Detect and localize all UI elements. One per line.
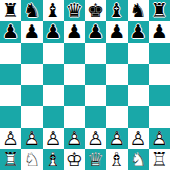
square-b6[interactable]: [21, 43, 42, 64]
square-h2[interactable]: ♟♙: [149, 128, 170, 149]
piece-white-pawn[interactable]: ♟♙: [151, 129, 168, 148]
square-g8[interactable]: ♞: [128, 0, 149, 21]
square-f8[interactable]: ♝: [106, 0, 127, 21]
piece-white-rook[interactable]: ♜♖: [2, 150, 19, 169]
square-g7[interactable]: ♟: [128, 21, 149, 42]
square-a2[interactable]: ♟♙: [0, 128, 21, 149]
square-h3[interactable]: [149, 106, 170, 127]
square-b2[interactable]: ♟♙: [21, 128, 42, 149]
piece-white-bishop[interactable]: ♝♗: [108, 150, 125, 169]
piece-outline-layer: ♘: [130, 148, 147, 170]
piece-white-pawn[interactable]: ♟♙: [108, 129, 125, 148]
piece-outline-layer: ♖: [151, 148, 168, 170]
piece-black-pawn[interactable]: ♟: [2, 22, 19, 41]
square-c5[interactable]: [43, 64, 64, 85]
piece-black-queen[interactable]: ♛: [66, 1, 83, 20]
square-e1[interactable]: ♛♕: [85, 149, 106, 170]
square-c2[interactable]: ♟♙: [43, 128, 64, 149]
piece-white-queen[interactable]: ♛♕: [87, 150, 104, 169]
square-e5[interactable]: [85, 64, 106, 85]
chess-board: ♜♞♝♛♚♝♞♜♟♟♟♟♟♟♟♟♟♙♟♙♟♙♟♙♟♙♟♙♟♙♟♙♜♖♞♘♝♗♚♔…: [0, 0, 170, 170]
square-c1[interactable]: ♝♗: [43, 149, 64, 170]
square-f2[interactable]: ♟♙: [106, 128, 127, 149]
square-d7[interactable]: ♟: [64, 21, 85, 42]
piece-outline-layer: ♙: [87, 127, 104, 149]
piece-outline-layer: ♔: [66, 148, 83, 170]
square-b7[interactable]: ♟: [21, 21, 42, 42]
square-b8[interactable]: ♞: [21, 0, 42, 21]
piece-outline-layer: ♗: [45, 148, 62, 170]
square-e3[interactable]: [85, 106, 106, 127]
square-e4[interactable]: [85, 85, 106, 106]
square-a6[interactable]: [0, 43, 21, 64]
piece-white-pawn[interactable]: ♟♙: [130, 129, 147, 148]
square-e8[interactable]: ♚: [85, 0, 106, 21]
square-e7[interactable]: ♟: [85, 21, 106, 42]
piece-black-king[interactable]: ♚: [87, 1, 104, 20]
square-c8[interactable]: ♝: [43, 0, 64, 21]
piece-white-pawn[interactable]: ♟♙: [23, 129, 40, 148]
square-a3[interactable]: [0, 106, 21, 127]
square-h7[interactable]: ♟: [149, 21, 170, 42]
square-e6[interactable]: [85, 43, 106, 64]
piece-black-pawn[interactable]: ♟: [66, 22, 83, 41]
piece-outline-layer: ♙: [108, 127, 125, 149]
piece-outline-layer: ♙: [130, 127, 147, 149]
piece-white-pawn[interactable]: ♟♙: [45, 129, 62, 148]
square-h4[interactable]: [149, 85, 170, 106]
square-f7[interactable]: ♟: [106, 21, 127, 42]
square-a4[interactable]: [0, 85, 21, 106]
piece-outline-layer: ♘: [23, 148, 40, 170]
square-d4[interactable]: [64, 85, 85, 106]
square-h8[interactable]: ♜: [149, 0, 170, 21]
square-b4[interactable]: [21, 85, 42, 106]
piece-black-pawn[interactable]: ♟: [45, 22, 62, 41]
square-f1[interactable]: ♝♗: [106, 149, 127, 170]
square-c3[interactable]: [43, 106, 64, 127]
piece-white-pawn[interactable]: ♟♙: [2, 129, 19, 148]
square-h6[interactable]: [149, 43, 170, 64]
square-g4[interactable]: [128, 85, 149, 106]
square-g3[interactable]: [128, 106, 149, 127]
square-b5[interactable]: [21, 64, 42, 85]
piece-black-pawn[interactable]: ♟: [108, 22, 125, 41]
piece-outline-layer: ♙: [151, 127, 168, 149]
piece-black-rook[interactable]: ♜: [2, 1, 19, 20]
square-c4[interactable]: [43, 85, 64, 106]
piece-white-knight[interactable]: ♞♘: [23, 150, 40, 169]
square-h5[interactable]: [149, 64, 170, 85]
square-a5[interactable]: [0, 64, 21, 85]
square-d3[interactable]: [64, 106, 85, 127]
square-g5[interactable]: [128, 64, 149, 85]
square-g1[interactable]: ♞♘: [128, 149, 149, 170]
piece-black-pawn[interactable]: ♟: [151, 22, 168, 41]
square-f3[interactable]: [106, 106, 127, 127]
piece-outline-layer: ♙: [66, 127, 83, 149]
piece-white-pawn[interactable]: ♟♙: [87, 129, 104, 148]
piece-outline-layer: ♖: [2, 148, 19, 170]
square-d1[interactable]: ♚♔: [64, 149, 85, 170]
square-d2[interactable]: ♟♙: [64, 128, 85, 149]
square-c6[interactable]: [43, 43, 64, 64]
square-a1[interactable]: ♜♖: [0, 149, 21, 170]
piece-white-knight[interactable]: ♞♘: [130, 150, 147, 169]
piece-white-bishop[interactable]: ♝♗: [45, 150, 62, 169]
square-g6[interactable]: [128, 43, 149, 64]
square-f4[interactable]: [106, 85, 127, 106]
piece-black-bishop[interactable]: ♝: [45, 1, 62, 20]
square-d8[interactable]: ♛: [64, 0, 85, 21]
square-b1[interactable]: ♞♘: [21, 149, 42, 170]
square-e2[interactable]: ♟♙: [85, 128, 106, 149]
piece-black-knight[interactable]: ♞: [130, 1, 147, 20]
piece-black-pawn[interactable]: ♟: [23, 22, 40, 41]
piece-outline-layer: ♗: [108, 148, 125, 170]
square-f5[interactable]: [106, 64, 127, 85]
piece-white-king[interactable]: ♚♔: [66, 150, 83, 169]
piece-black-rook[interactable]: ♜: [151, 1, 168, 20]
piece-outline-layer: ♙: [2, 127, 19, 149]
square-d6[interactable]: [64, 43, 85, 64]
square-b3[interactable]: [21, 106, 42, 127]
piece-outline-layer: ♙: [45, 127, 62, 149]
piece-outline-layer: ♙: [23, 127, 40, 149]
piece-black-bishop[interactable]: ♝: [108, 1, 125, 20]
square-h1[interactable]: ♜♖: [149, 149, 170, 170]
square-g2[interactable]: ♟♙: [128, 128, 149, 149]
square-a7[interactable]: ♟: [0, 21, 21, 42]
square-a8[interactable]: ♜: [0, 0, 21, 21]
square-c7[interactable]: ♟: [43, 21, 64, 42]
piece-black-knight[interactable]: ♞: [23, 1, 40, 20]
square-d5[interactable]: [64, 64, 85, 85]
piece-outline-layer: ♕: [87, 148, 104, 170]
piece-black-pawn[interactable]: ♟: [87, 22, 104, 41]
piece-white-rook[interactable]: ♜♖: [151, 150, 168, 169]
piece-black-pawn[interactable]: ♟: [130, 22, 147, 41]
square-f6[interactable]: [106, 43, 127, 64]
piece-white-pawn[interactable]: ♟♙: [66, 129, 83, 148]
